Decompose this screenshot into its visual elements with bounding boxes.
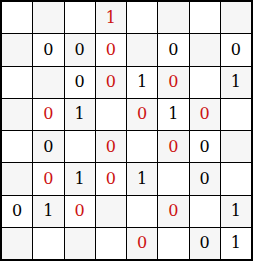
cell-r2c4[interactable]: 0 — [96, 34, 126, 65]
entered-digit: 0 — [137, 106, 147, 122]
given-digit: 1 — [137, 171, 147, 187]
cell-r4c5[interactable]: 0 — [127, 99, 157, 130]
cell-r3c4[interactable]: 0 — [96, 67, 126, 98]
cell-r6c3[interactable]: 1 — [65, 163, 95, 194]
given-digit: 1 — [75, 106, 85, 122]
binairo-board: 100000001010101000000101001001001 — [0, 0, 253, 261]
cell-r2c7[interactable] — [190, 34, 220, 65]
cell-r1c1[interactable] — [2, 2, 32, 33]
entered-digit: 0 — [106, 171, 116, 187]
entered-digit: 0 — [168, 139, 178, 155]
cell-r5c6[interactable]: 0 — [158, 131, 188, 162]
cell-r6c5[interactable]: 1 — [127, 163, 157, 194]
cell-r3c5[interactable]: 1 — [127, 67, 157, 98]
entered-digit: 0 — [43, 106, 53, 122]
cell-r4c2[interactable]: 0 — [33, 99, 63, 130]
cell-r4c7[interactable]: 0 — [190, 99, 220, 130]
given-digit: 1 — [231, 203, 241, 219]
cell-r2c6[interactable]: 0 — [158, 34, 188, 65]
cell-r3c6[interactable]: 0 — [158, 67, 188, 98]
entered-digit: 0 — [106, 42, 116, 58]
entered-digit: 0 — [137, 235, 147, 251]
cell-r5c1[interactable] — [2, 131, 32, 162]
cell-r8c5[interactable]: 0 — [127, 228, 157, 259]
cell-r4c3[interactable]: 1 — [65, 99, 95, 130]
cell-r1c6[interactable] — [158, 2, 188, 33]
cell-r6c1[interactable] — [2, 163, 32, 194]
given-digit: 0 — [75, 74, 85, 90]
cell-r8c4[interactable] — [96, 228, 126, 259]
cell-r7c3[interactable]: 0 — [65, 196, 95, 227]
cell-r7c7[interactable] — [190, 196, 220, 227]
given-digit: 1 — [168, 106, 178, 122]
cell-r8c8[interactable]: 1 — [221, 228, 251, 259]
entered-digit: 1 — [106, 10, 116, 26]
cell-r1c7[interactable] — [190, 2, 220, 33]
cell-r2c5[interactable] — [127, 34, 157, 65]
given-digit: 0 — [75, 42, 85, 58]
given-digit: 0 — [200, 235, 210, 251]
given-digit: 1 — [137, 74, 147, 90]
cell-r8c3[interactable] — [65, 228, 95, 259]
cell-r5c8[interactable] — [221, 131, 251, 162]
cell-r6c4[interactable]: 0 — [96, 163, 126, 194]
given-digit: 0 — [200, 171, 210, 187]
cell-r2c3[interactable]: 0 — [65, 34, 95, 65]
entered-digit: 0 — [75, 203, 85, 219]
cell-r4c4[interactable] — [96, 99, 126, 130]
entered-digit: 0 — [106, 139, 116, 155]
given-digit: 1 — [231, 235, 241, 251]
entered-digit: 0 — [168, 203, 178, 219]
given-digit: 1 — [231, 74, 241, 90]
cell-r1c5[interactable] — [127, 2, 157, 33]
cell-r2c1[interactable] — [2, 34, 32, 65]
given-digit: 1 — [43, 203, 53, 219]
cell-r7c1[interactable]: 0 — [2, 196, 32, 227]
cell-r8c7[interactable]: 0 — [190, 228, 220, 259]
entered-digit: 0 — [106, 74, 116, 90]
cell-r4c1[interactable] — [2, 99, 32, 130]
given-digit: 0 — [231, 42, 241, 58]
cell-r1c8[interactable] — [221, 2, 251, 33]
cell-r7c5[interactable] — [127, 196, 157, 227]
given-digit: 0 — [200, 139, 210, 155]
cell-r5c5[interactable] — [127, 131, 157, 162]
cell-r3c8[interactable]: 1 — [221, 67, 251, 98]
cell-r5c4[interactable]: 0 — [96, 131, 126, 162]
cell-r5c3[interactable] — [65, 131, 95, 162]
cell-r2c2[interactable]: 0 — [33, 34, 63, 65]
cell-r4c8[interactable] — [221, 99, 251, 130]
cell-r5c7[interactable]: 0 — [190, 131, 220, 162]
cell-r6c2[interactable]: 0 — [33, 163, 63, 194]
given-digit: 0 — [12, 203, 22, 219]
entered-digit: 0 — [43, 171, 53, 187]
given-digit: 1 — [75, 171, 85, 187]
cell-r1c3[interactable] — [65, 2, 95, 33]
cell-r4c6[interactable]: 1 — [158, 99, 188, 130]
given-digit: 0 — [43, 139, 53, 155]
entered-digit: 0 — [200, 106, 210, 122]
cell-r5c2[interactable]: 0 — [33, 131, 63, 162]
given-digit: 0 — [168, 42, 178, 58]
cell-r7c2[interactable]: 1 — [33, 196, 63, 227]
cell-r8c2[interactable] — [33, 228, 63, 259]
entered-digit: 0 — [168, 74, 178, 90]
cell-r6c6[interactable] — [158, 163, 188, 194]
cell-r2c8[interactable]: 0 — [221, 34, 251, 65]
cell-r7c8[interactable]: 1 — [221, 196, 251, 227]
cell-r8c1[interactable] — [2, 228, 32, 259]
cell-r3c2[interactable] — [33, 67, 63, 98]
given-digit: 0 — [43, 42, 53, 58]
cell-r6c8[interactable] — [221, 163, 251, 194]
cell-r8c6[interactable] — [158, 228, 188, 259]
cell-r1c2[interactable] — [33, 2, 63, 33]
cell-r3c3[interactable]: 0 — [65, 67, 95, 98]
cell-r3c7[interactable] — [190, 67, 220, 98]
cell-r7c4[interactable] — [96, 196, 126, 227]
cell-r6c7[interactable]: 0 — [190, 163, 220, 194]
cell-r1c4[interactable]: 1 — [96, 2, 126, 33]
cell-r3c1[interactable] — [2, 67, 32, 98]
cell-r7c6[interactable]: 0 — [158, 196, 188, 227]
